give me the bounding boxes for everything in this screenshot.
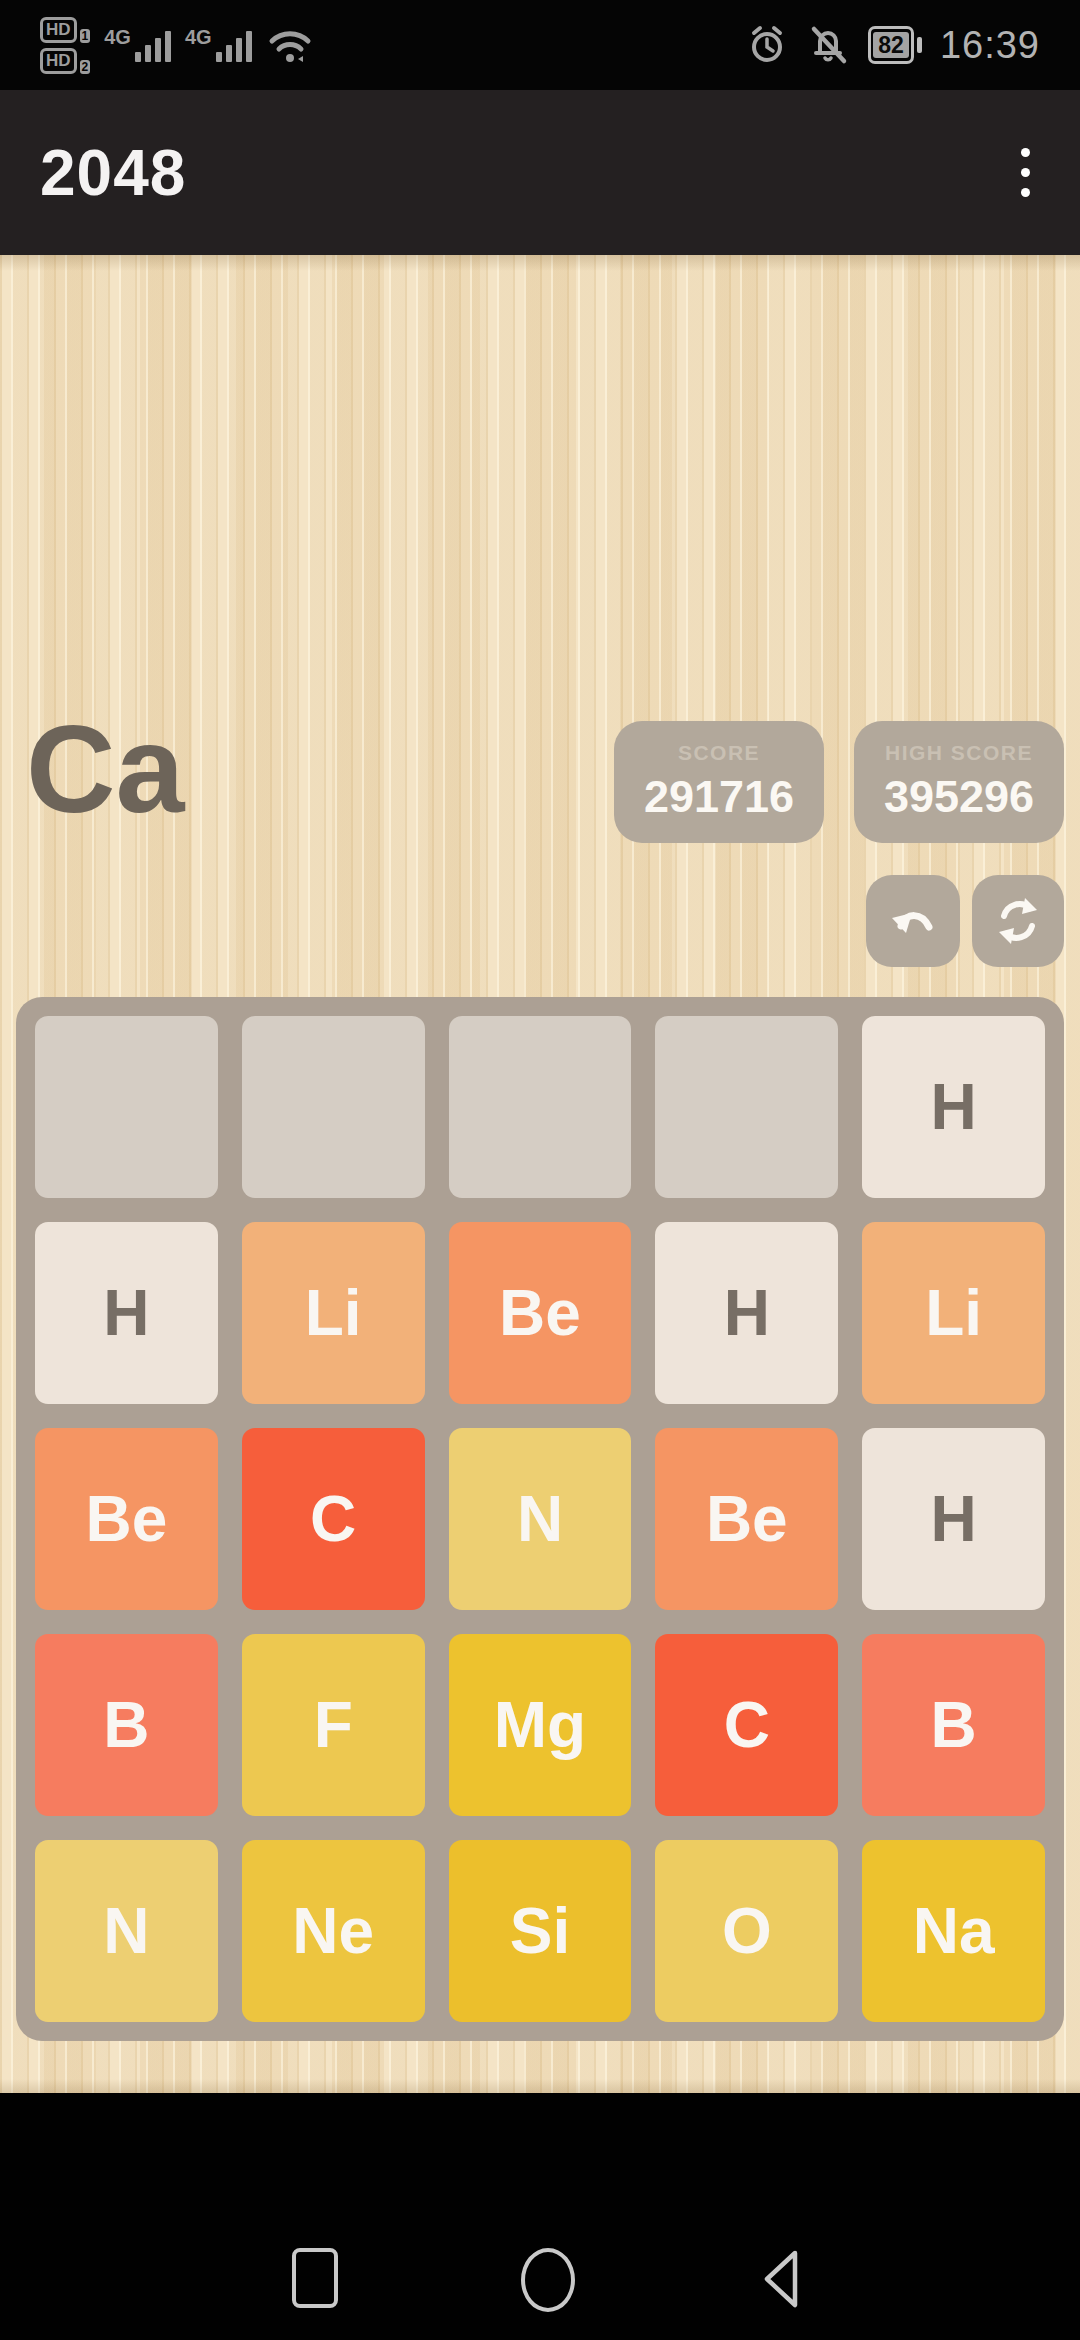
score-label: SCORE — [678, 741, 760, 765]
hd1-icon: HD 1 — [40, 17, 90, 43]
clock-time: 16:39 — [940, 24, 1040, 67]
status-left-cluster: HD 1 HD 2 4G 4G — [40, 17, 314, 74]
net1-label: 4G — [104, 28, 131, 46]
back-icon[interactable] — [759, 2248, 801, 2310]
battery-percent: 82 — [873, 32, 909, 58]
score-value: 291716 — [644, 771, 794, 823]
kebab-menu-icon[interactable] — [1011, 138, 1040, 207]
tile-H: H — [35, 1222, 218, 1404]
tile-Mg: Mg — [449, 1634, 632, 1816]
tile-H: H — [862, 1428, 1045, 1610]
tile-C: C — [655, 1634, 838, 1816]
app-title: 2048 — [40, 136, 186, 210]
tile-H: H — [862, 1016, 1045, 1198]
notifications-muted-icon — [806, 23, 850, 67]
hd1-slot: 1 — [80, 29, 91, 43]
signal-bars-icon — [135, 28, 171, 62]
hd2-label: HD — [40, 48, 77, 74]
battery-cap — [917, 37, 922, 53]
tile-B: B — [862, 1634, 1045, 1816]
alarm-icon — [746, 24, 788, 66]
empty-cell — [35, 1016, 218, 1198]
restart-icon — [991, 894, 1045, 948]
status-right-cluster: 82 16:39 — [746, 23, 1040, 67]
undo-icon — [886, 894, 940, 948]
game-area: Ca SCORE 291716 HIGH SCORE 395296 HHLiBe… — [0, 255, 1080, 2093]
signal-sim2-icon: 4G — [185, 28, 252, 62]
high-score-label: HIGH SCORE — [885, 741, 1033, 765]
tile-F: F — [242, 1634, 425, 1816]
tile-Be: Be — [449, 1222, 632, 1404]
tile-Li: Li — [862, 1222, 1045, 1404]
status-bar: HD 1 HD 2 4G 4G — [0, 0, 1080, 90]
empty-cell — [449, 1016, 632, 1198]
home-icon[interactable] — [521, 2248, 575, 2312]
empty-cell — [242, 1016, 425, 1198]
tile-Ne: Ne — [242, 1840, 425, 2022]
tile-N: N — [449, 1428, 632, 1610]
restart-button[interactable] — [972, 875, 1064, 967]
recents-icon[interactable] — [292, 2248, 338, 2308]
tile-Li: Li — [242, 1222, 425, 1404]
board-grid[interactable]: HHLiBeHLiBeCNBeHBFMgCBNNeSiONa — [16, 997, 1064, 2041]
tile-B: B — [35, 1634, 218, 1816]
best-tile-label: Ca — [26, 707, 185, 831]
tile-N: N — [35, 1840, 218, 2022]
tile-Na: Na — [862, 1840, 1045, 2022]
tile-Be: Be — [655, 1428, 838, 1610]
battery-icon: 82 — [868, 26, 922, 64]
hd2-icon: HD 2 — [40, 48, 90, 74]
signal-sim1-icon: 4G — [104, 28, 171, 62]
tile-Si: Si — [449, 1840, 632, 2022]
hd2-slot: 2 — [80, 60, 91, 74]
tile-Be: Be — [35, 1428, 218, 1610]
hd-volte-icons: HD 1 HD 2 — [40, 17, 90, 74]
score-badge: SCORE 291716 — [614, 721, 824, 843]
high-score-badge: HIGH SCORE 395296 — [854, 721, 1064, 843]
net2-label: 4G — [185, 28, 212, 46]
tile-C: C — [242, 1428, 425, 1610]
hd1-label: HD — [40, 17, 77, 43]
app-bar: 2048 — [0, 90, 1080, 255]
wifi-icon — [266, 25, 314, 65]
undo-button[interactable] — [866, 875, 960, 967]
empty-cell — [655, 1016, 838, 1198]
high-score-value: 395296 — [884, 771, 1034, 823]
tile-O: O — [655, 1840, 838, 2022]
signal-bars-icon — [216, 28, 252, 62]
tile-H: H — [655, 1222, 838, 1404]
